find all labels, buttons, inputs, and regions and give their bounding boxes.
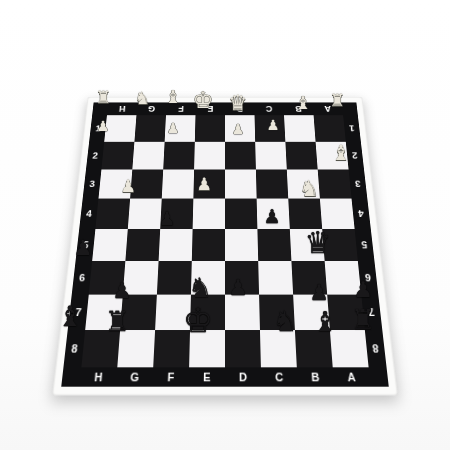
square-e5[interactable] — [192, 229, 225, 261]
file-label-h: H — [107, 102, 137, 115]
square-e2[interactable] — [194, 142, 225, 170]
piece-black-bishop-b8[interactable]: ♝ — [313, 308, 337, 335]
square-d2[interactable] — [225, 142, 256, 170]
piece-black-pawn-h6[interactable]: ♟ — [74, 238, 93, 259]
square-f2[interactable] — [163, 142, 195, 170]
square-d5[interactable] — [225, 229, 258, 261]
piece-white-pawn-h2[interactable]: ♟ — [97, 119, 110, 133]
square-b2[interactable] — [285, 142, 317, 170]
rank-label-3: 3 — [349, 169, 368, 198]
square-g5[interactable] — [125, 229, 160, 261]
piece-black-pawn-g7[interactable]: ♟ — [112, 280, 132, 302]
file-label-e: E — [189, 367, 225, 386]
file-label-d: D — [225, 367, 261, 386]
piece-black-pawn-f5[interactable]: ♟ — [158, 209, 175, 228]
square-c3[interactable] — [256, 169, 288, 198]
square-f6[interactable] — [157, 261, 192, 295]
square-c5[interactable] — [257, 229, 291, 261]
square-b1[interactable] — [284, 115, 316, 141]
piece-black-queen-b6[interactable]: ♛ — [305, 228, 332, 258]
piece-white-queen-d1[interactable]: ♛ — [229, 93, 248, 114]
rank-label-4: 4 — [352, 199, 371, 229]
square-c2[interactable] — [255, 142, 287, 170]
piece-black-bishop-h8[interactable]: ♝ — [57, 303, 82, 331]
file-label-a: A — [333, 367, 371, 386]
piece-black-king-e8[interactable]: ♚ — [183, 303, 213, 337]
piece-white-pawn-f2[interactable]: ♟ — [167, 121, 180, 135]
piece-white-bishop-f1[interactable]: ♝ — [165, 88, 181, 106]
file-label-c: C — [261, 367, 298, 386]
square-h4[interactable] — [95, 199, 130, 229]
square-g2[interactable] — [132, 142, 164, 170]
piece-black-pawn-a7[interactable]: ♟ — [353, 279, 373, 301]
piece-white-king-e1[interactable]: ♚ — [193, 89, 214, 112]
square-h5[interactable] — [92, 229, 128, 261]
square-a1[interactable] — [314, 115, 346, 141]
square-d4[interactable] — [225, 199, 257, 229]
square-d8[interactable] — [225, 330, 261, 367]
piece-white-pawn-d2[interactable]: ♟ — [232, 122, 245, 136]
piece-black-pawn-d7[interactable]: ♟ — [228, 277, 248, 299]
piece-black-knight-e7[interactable]: ♞ — [188, 274, 212, 301]
file-label-g: G — [116, 367, 153, 386]
square-g4[interactable] — [128, 199, 162, 229]
file-label-h: H — [79, 367, 117, 386]
piece-black-knight-c8[interactable]: ♞ — [272, 308, 297, 336]
piece-black-rook-a8[interactable]: ♜ — [351, 306, 375, 333]
piece-white-pawn-e4[interactable]: ♟ — [196, 176, 211, 193]
square-e1[interactable] — [195, 115, 225, 141]
piece-white-bishop-b1[interactable]: ♝ — [295, 94, 311, 112]
piece-white-knight-g1[interactable]: ♞ — [134, 90, 149, 107]
piece-black-pawn-c5[interactable]: ♟ — [263, 207, 280, 226]
product-photo-scene: HGFEDCBA HGFEDCBA 12345678 12345678 ♜♞♝♚… — [0, 0, 450, 450]
file-labels-bottom: HGFEDCBA — [79, 367, 370, 386]
square-f3[interactable] — [162, 169, 194, 198]
piece-white-knight-b4[interactable]: ♞ — [299, 178, 319, 200]
square-d3[interactable] — [225, 169, 257, 198]
square-f5[interactable] — [159, 229, 193, 261]
file-label-f: F — [152, 367, 189, 386]
file-label-c: C — [254, 102, 284, 115]
piece-white-pawn-g4[interactable]: ♟ — [120, 178, 135, 195]
file-label-b: B — [297, 367, 334, 386]
piece-white-rook-a1[interactable]: ♜ — [329, 92, 344, 109]
square-e4[interactable] — [193, 199, 225, 229]
square-a3[interactable] — [318, 169, 352, 198]
square-h2[interactable] — [101, 142, 134, 170]
piece-black-rook-g8[interactable]: ♜ — [104, 308, 129, 336]
rank-label-5: 5 — [355, 229, 375, 261]
piece-black-pawn-b7[interactable]: ♟ — [309, 282, 329, 304]
square-g1[interactable] — [134, 115, 166, 141]
square-c6[interactable] — [258, 261, 293, 295]
piece-white-pawn-c2[interactable]: ♟ — [267, 118, 280, 132]
piece-white-rook-h1[interactable]: ♜ — [95, 89, 110, 106]
rank-label-1: 1 — [343, 115, 361, 141]
piece-white-bishop-a3[interactable]: ♝ — [332, 143, 351, 164]
